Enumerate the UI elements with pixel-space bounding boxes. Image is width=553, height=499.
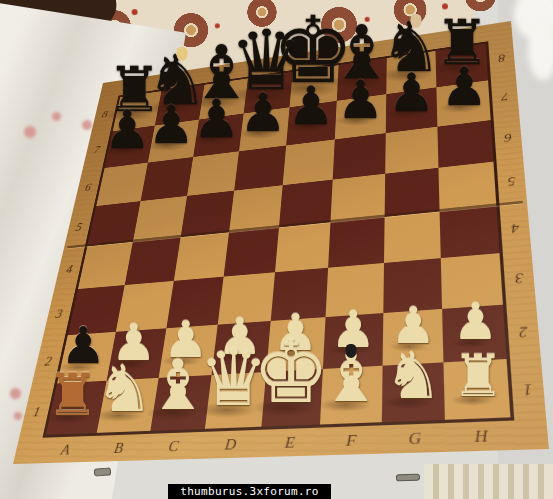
piece-white-rook-a1[interactable]: ♜ (40, 366, 104, 424)
watermark: thumburus.3xforum.ro (168, 484, 331, 499)
pieces-layer: ♜♞♝♛♚♝♞♜♟♟♟♟♟♟♟♟♟♟♟♟♟♟♟♟♜♞♝♛♚♝♞♜ (0, 0, 553, 499)
piece-black-pawn-h7[interactable]: ♟ (435, 60, 493, 113)
piece-white-rook-h1[interactable]: ♜ (446, 347, 510, 405)
replacement-tip (410, 14, 421, 28)
replacement-tip (176, 47, 187, 61)
piece-black-pawn-a7[interactable]: ♟ (98, 103, 156, 156)
piece-black-pawn-g7[interactable]: ♟ (382, 66, 440, 119)
replacement-tip (346, 344, 357, 358)
piece-white-pawn-h2[interactable]: ♟ (447, 297, 503, 348)
photo-stage: AABBCCDDEEFFGGHH1122334455667788 ♜♞♝♛♚♝♞… (0, 0, 553, 499)
